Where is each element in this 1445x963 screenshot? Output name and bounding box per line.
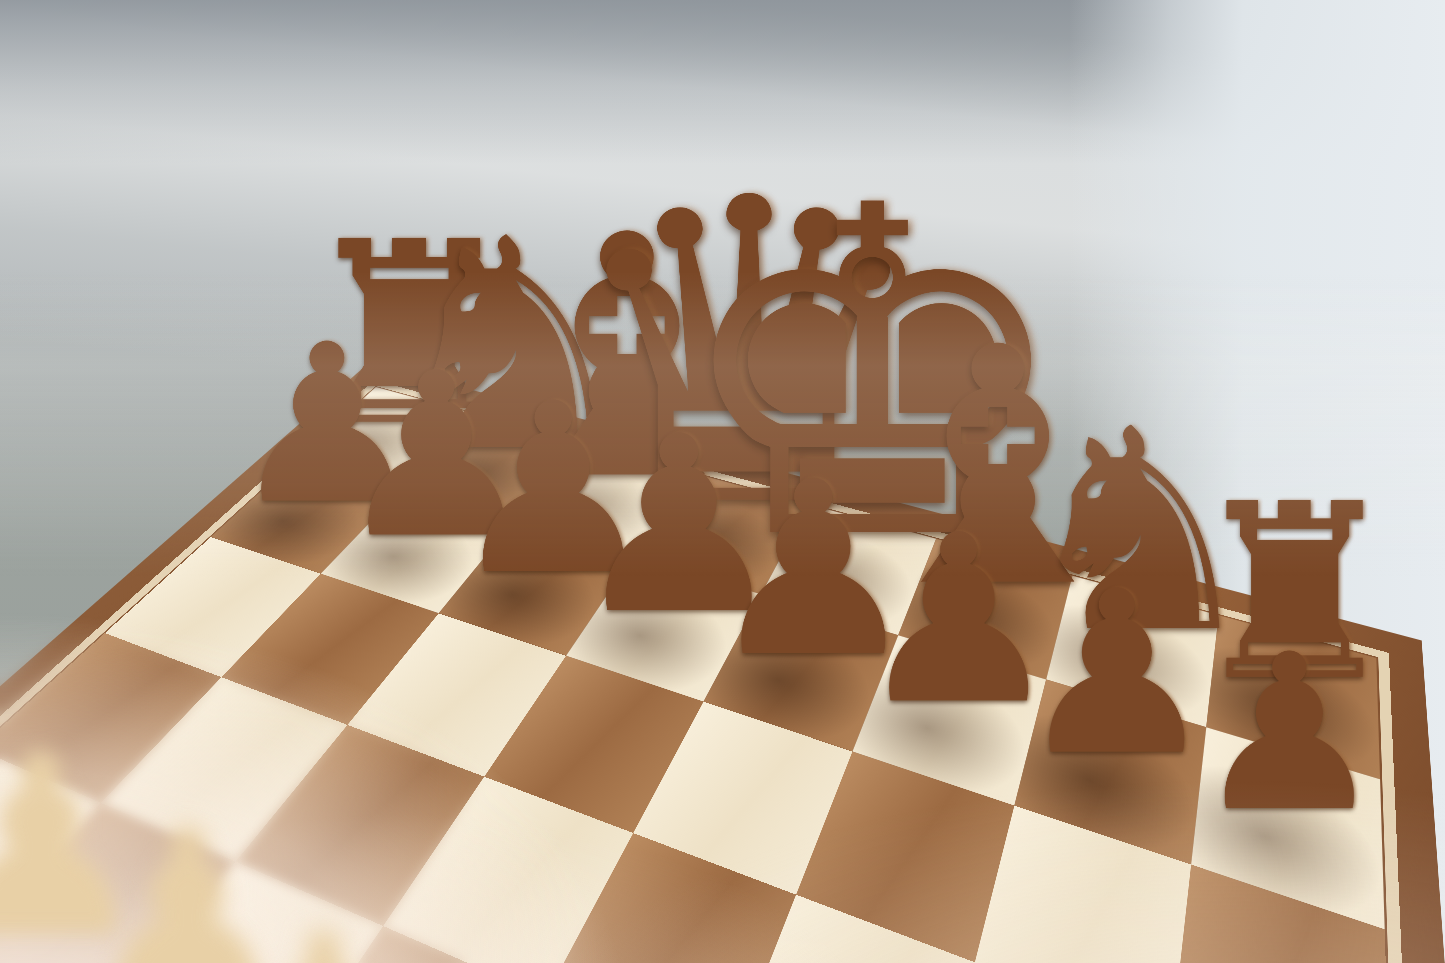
photo-chess-scene: ♜♞♝♛♚♝♞♜♟♟♟♟♟♟♟♟ ♟♟♟	[0, 0, 1445, 963]
board-perspective-scene: ♜♞♝♛♚♝♞♜♟♟♟♟♟♟♟♟	[0, 0, 1445, 963]
board: ♜♞♝♛♚♝♞♜♟♟♟♟♟♟♟♟	[0, 387, 1445, 963]
